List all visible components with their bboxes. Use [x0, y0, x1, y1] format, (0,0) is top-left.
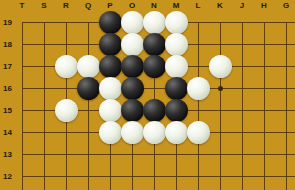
- grid-line-v: [242, 22, 243, 34]
- board-intersection[interactable]: [121, 77, 143, 99]
- board-intersection[interactable]: [143, 165, 165, 187]
- board-intersection[interactable]: [165, 165, 187, 187]
- board-intersection[interactable]: [231, 143, 253, 165]
- grid-line-v: [88, 22, 89, 34]
- board-intersection[interactable]: [11, 143, 33, 165]
- grid-line-h: [275, 44, 295, 45]
- column-label: O: [129, 1, 135, 11]
- grid-line-v: [22, 187, 23, 190]
- grid-line-h: [253, 22, 275, 23]
- grid-line-h: [209, 176, 231, 177]
- board-intersection[interactable]: [99, 165, 121, 187]
- grid-line-v: [198, 187, 199, 190]
- board-intersection[interactable]: [209, 165, 231, 187]
- board-intersection[interactable]: [55, 143, 77, 165]
- grid-line-h: [55, 176, 77, 177]
- column-label: Q: [85, 1, 91, 11]
- board-intersection[interactable]: [187, 55, 209, 77]
- white-stone: [187, 77, 210, 100]
- grid-line-h: [121, 176, 143, 177]
- board-intersection[interactable]: [55, 77, 77, 99]
- board-intersection[interactable]: [77, 99, 99, 121]
- grid-line-h: [33, 154, 55, 155]
- board-intersection[interactable]: [209, 143, 231, 165]
- grid-line-v: [44, 22, 45, 34]
- board-intersection[interactable]: [253, 143, 275, 165]
- board-intersection[interactable]: [187, 99, 209, 121]
- black-stone: [121, 55, 144, 78]
- board-intersection[interactable]: [253, 55, 275, 77]
- black-stone: [165, 99, 188, 122]
- grid-line-v: [220, 187, 221, 190]
- board-intersection[interactable]: [143, 11, 165, 33]
- grid-line-h: [253, 154, 275, 155]
- grid-line-h: [77, 154, 99, 155]
- white-stone: [121, 11, 144, 34]
- grid-line-h: [22, 110, 34, 111]
- board-intersection[interactable]: [33, 121, 55, 143]
- board-intersection[interactable]: [231, 187, 253, 190]
- grid-line-v: [66, 187, 67, 190]
- board-intersection[interactable]: [143, 99, 165, 121]
- board-intersection[interactable]: [165, 11, 187, 33]
- grid-line-h: [22, 44, 34, 45]
- grid-line-h: [209, 44, 231, 45]
- grid-line-h: [143, 176, 165, 177]
- column-label: N: [151, 1, 157, 11]
- grid-line-h: [275, 154, 295, 155]
- black-stone: [143, 99, 166, 122]
- board-intersection[interactable]: [99, 121, 121, 143]
- board-intersection[interactable]: [231, 165, 253, 187]
- board-intersection[interactable]: [121, 55, 143, 77]
- grid-line-h: [33, 132, 55, 133]
- board-intersection[interactable]: [55, 11, 77, 33]
- grid-line-h: [22, 154, 34, 155]
- board-intersection[interactable]: [11, 165, 33, 187]
- grid-line-v: [132, 187, 133, 190]
- grid-line-h: [231, 110, 253, 111]
- board-intersection[interactable]: [99, 77, 121, 99]
- white-stone: [99, 121, 122, 144]
- black-stone: [77, 77, 100, 100]
- board-intersection[interactable]: [165, 143, 187, 165]
- board-intersection[interactable]: [33, 55, 55, 77]
- grid-line-h: [231, 66, 253, 67]
- board-intersection[interactable]: [165, 121, 187, 143]
- board-intersection[interactable]: [209, 121, 231, 143]
- grid-line-h: [22, 66, 34, 67]
- grid-line-h: [33, 66, 55, 67]
- board-intersection[interactable]: [121, 143, 143, 165]
- grid-line-h: [253, 44, 275, 45]
- board-intersection[interactable]: [231, 99, 253, 121]
- grid-line-v: [242, 187, 243, 190]
- board-intersection[interactable]: [99, 33, 121, 55]
- grid-line-h: [22, 176, 34, 177]
- grid-line-h: [231, 176, 253, 177]
- board-intersection[interactable]: [231, 55, 253, 77]
- grid-line-h: [231, 154, 253, 155]
- grid-line-h: [187, 176, 209, 177]
- grid-line-h: [187, 110, 209, 111]
- column-label: S: [41, 1, 46, 11]
- board-intersection[interactable]: [143, 187, 165, 190]
- board-intersection[interactable]: [275, 33, 295, 55]
- white-stone: [165, 55, 188, 78]
- grid-line-v: [286, 22, 287, 34]
- board-intersection[interactable]: [231, 11, 253, 33]
- board-intersection[interactable]: [99, 187, 121, 190]
- grid-line-h: [22, 22, 34, 23]
- column-label: G: [283, 1, 289, 11]
- white-stone: [187, 121, 210, 144]
- grid-line-h: [99, 176, 121, 177]
- board-intersection[interactable]: [33, 143, 55, 165]
- board-intersection[interactable]: [275, 143, 295, 165]
- board-intersection[interactable]: [77, 121, 99, 143]
- grid-line-h: [99, 154, 121, 155]
- go-board-grid: [11, 11, 295, 190]
- board-intersection[interactable]: [121, 187, 143, 190]
- board-intersection[interactable]: [33, 11, 55, 33]
- board-intersection[interactable]: [143, 121, 165, 143]
- grid-line-h: [209, 132, 231, 133]
- grid-line-h: [165, 176, 187, 177]
- board-intersection[interactable]: [121, 121, 143, 143]
- board-intersection[interactable]: [253, 187, 275, 190]
- board-intersection[interactable]: [11, 187, 33, 190]
- grid-line-v: [66, 22, 67, 34]
- board-intersection[interactable]: [165, 99, 187, 121]
- grid-line-v: [22, 22, 23, 34]
- black-stone: [121, 77, 144, 100]
- board-intersection[interactable]: [275, 187, 295, 190]
- grid-line-v: [44, 187, 45, 190]
- grid-line-h: [77, 22, 99, 23]
- white-stone: [143, 121, 166, 144]
- grid-line-h: [55, 154, 77, 155]
- board-intersection[interactable]: [143, 77, 165, 99]
- grid-line-h: [253, 88, 275, 89]
- board-intersection[interactable]: [11, 77, 33, 99]
- board-intersection[interactable]: [231, 121, 253, 143]
- white-stone: [55, 99, 78, 122]
- grid-line-v: [264, 22, 265, 34]
- board-intersection[interactable]: [253, 99, 275, 121]
- column-label: J: [240, 1, 244, 11]
- board-intersection[interactable]: [187, 121, 209, 143]
- board-intersection[interactable]: [55, 55, 77, 77]
- board-intersection[interactable]: [55, 99, 77, 121]
- grid-line-h: [209, 154, 231, 155]
- grid-line-h: [33, 88, 55, 89]
- board-intersection[interactable]: [231, 77, 253, 99]
- white-stone: [209, 55, 232, 78]
- grid-line-v: [198, 22, 199, 34]
- grid-line-v: [110, 187, 111, 190]
- board-intersection[interactable]: [33, 77, 55, 99]
- grid-line-h: [231, 22, 253, 23]
- star-point: [218, 86, 223, 91]
- board-intersection[interactable]: [275, 99, 295, 121]
- black-stone: [143, 55, 166, 78]
- board-intersection[interactable]: [99, 99, 121, 121]
- board-intersection[interactable]: [77, 187, 99, 190]
- column-label: L: [196, 1, 201, 11]
- board-intersection[interactable]: [275, 121, 295, 143]
- grid-line-h: [275, 132, 295, 133]
- grid-line-h: [253, 110, 275, 111]
- board-intersection[interactable]: [165, 33, 187, 55]
- grid-line-v: [264, 187, 265, 190]
- grid-line-h: [187, 22, 209, 23]
- grid-line-h: [253, 132, 275, 133]
- grid-line-h: [275, 22, 295, 23]
- board-intersection[interactable]: [187, 187, 209, 190]
- go-board-screen: TSRQPONMLKJHG 1918171615141312: [0, 0, 295, 190]
- column-label: H: [261, 1, 267, 11]
- grid-line-h: [22, 132, 34, 133]
- grid-line-h: [33, 44, 55, 45]
- grid-line-v: [220, 22, 221, 34]
- board-intersection[interactable]: [253, 121, 275, 143]
- board-intersection[interactable]: [77, 77, 99, 99]
- column-label: T: [20, 1, 25, 11]
- board-intersection[interactable]: [143, 55, 165, 77]
- board-intersection[interactable]: [275, 11, 295, 33]
- column-label: R: [63, 1, 69, 11]
- board-intersection[interactable]: [187, 11, 209, 33]
- grid-line-v: [286, 187, 287, 190]
- board-intersection[interactable]: [77, 165, 99, 187]
- board-intersection[interactable]: [253, 11, 275, 33]
- board-intersection[interactable]: [187, 143, 209, 165]
- grid-line-h: [121, 154, 143, 155]
- board-intersection[interactable]: [55, 121, 77, 143]
- board-intersection[interactable]: [143, 33, 165, 55]
- white-stone: [121, 33, 144, 56]
- grid-line-h: [33, 22, 55, 23]
- board-intersection[interactable]: [275, 165, 295, 187]
- black-stone: [143, 33, 166, 56]
- board-intersection[interactable]: [231, 33, 253, 55]
- black-stone: [99, 11, 122, 34]
- grid-line-h: [209, 110, 231, 111]
- board-intersection[interactable]: [11, 99, 33, 121]
- board-intersection[interactable]: [165, 55, 187, 77]
- grid-line-h: [275, 88, 295, 89]
- grid-line-h: [165, 154, 187, 155]
- grid-line-h: [275, 176, 295, 177]
- black-stone: [99, 55, 122, 78]
- board-intersection[interactable]: [253, 33, 275, 55]
- board-intersection[interactable]: [275, 77, 295, 99]
- white-stone: [55, 55, 78, 78]
- board-intersection[interactable]: [77, 11, 99, 33]
- grid-line-h: [55, 22, 77, 23]
- grid-line-h: [55, 44, 77, 45]
- board-intersection[interactable]: [11, 55, 33, 77]
- board-intersection[interactable]: [209, 11, 231, 33]
- grid-line-v: [88, 187, 89, 190]
- board-intersection[interactable]: [33, 33, 55, 55]
- white-stone: [99, 99, 122, 122]
- board-intersection[interactable]: [11, 121, 33, 143]
- column-label: K: [217, 1, 223, 11]
- grid-line-h: [209, 22, 231, 23]
- board-intersection[interactable]: [55, 165, 77, 187]
- grid-line-h: [231, 88, 253, 89]
- board-intersection[interactable]: [99, 55, 121, 77]
- black-stone: [121, 99, 144, 122]
- board-intersection[interactable]: [33, 99, 55, 121]
- board-intersection[interactable]: [121, 11, 143, 33]
- board-intersection[interactable]: [33, 165, 55, 187]
- grid-line-v: [154, 187, 155, 190]
- grid-line-h: [33, 110, 55, 111]
- board-intersection[interactable]: [187, 77, 209, 99]
- white-stone: [99, 77, 122, 100]
- grid-line-h: [77, 110, 99, 111]
- grid-line-h: [77, 44, 99, 45]
- grid-line-h: [22, 88, 34, 89]
- black-stone: [99, 33, 122, 56]
- grid-line-h: [187, 66, 209, 67]
- board-intersection[interactable]: [77, 143, 99, 165]
- black-stone: [165, 77, 188, 100]
- board-intersection[interactable]: [11, 33, 33, 55]
- board-intersection[interactable]: [77, 55, 99, 77]
- grid-line-v: [176, 187, 177, 190]
- grid-line-h: [275, 110, 295, 111]
- column-label: M: [173, 1, 180, 11]
- grid-line-h: [55, 88, 77, 89]
- board-intersection[interactable]: [121, 99, 143, 121]
- grid-line-h: [187, 44, 209, 45]
- board-intersection[interactable]: [165, 187, 187, 190]
- board-intersection[interactable]: [209, 77, 231, 99]
- board-intersection[interactable]: [275, 55, 295, 77]
- column-label: P: [107, 1, 112, 11]
- board-intersection[interactable]: [253, 165, 275, 187]
- grid-line-h: [253, 176, 275, 177]
- board-intersection[interactable]: [253, 77, 275, 99]
- white-stone: [143, 11, 166, 34]
- grid-line-h: [33, 176, 55, 177]
- grid-line-h: [253, 66, 275, 67]
- board-intersection[interactable]: [121, 33, 143, 55]
- board-intersection[interactable]: [165, 77, 187, 99]
- grid-line-h: [55, 132, 77, 133]
- grid-line-h: [143, 88, 165, 89]
- grid-line-h: [231, 44, 253, 45]
- white-stone: [165, 11, 188, 34]
- white-stone: [121, 121, 144, 144]
- board-intersection[interactable]: [77, 33, 99, 55]
- board-intersection[interactable]: [33, 187, 55, 190]
- grid-line-h: [275, 66, 295, 67]
- board-intersection[interactable]: [11, 11, 33, 33]
- board-intersection[interactable]: [187, 165, 209, 187]
- board-intersection[interactable]: [55, 187, 77, 190]
- grid-line-h: [77, 132, 99, 133]
- board-intersection[interactable]: [209, 55, 231, 77]
- board-intersection[interactable]: [209, 187, 231, 190]
- board-intersection[interactable]: [99, 143, 121, 165]
- board-intersection[interactable]: [209, 33, 231, 55]
- board-intersection[interactable]: [99, 11, 121, 33]
- board-intersection[interactable]: [143, 143, 165, 165]
- board-intersection[interactable]: [121, 165, 143, 187]
- grid-line-h: [231, 132, 253, 133]
- white-stone: [165, 121, 188, 144]
- board-intersection[interactable]: [209, 99, 231, 121]
- grid-line-h: [187, 154, 209, 155]
- board-intersection[interactable]: [55, 33, 77, 55]
- white-stone: [165, 33, 188, 56]
- white-stone: [77, 55, 100, 78]
- grid-line-h: [143, 154, 165, 155]
- board-intersection[interactable]: [187, 33, 209, 55]
- grid-line-h: [77, 176, 99, 177]
